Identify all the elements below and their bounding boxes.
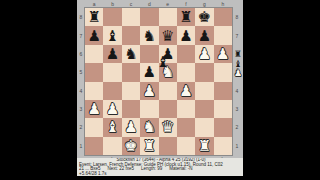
black-pawn[interactable]: ♟ [179, 27, 192, 45]
square-a3[interactable]: ♟ [85, 100, 103, 118]
square-a1[interactable] [85, 137, 103, 155]
white-rook[interactable]: ♜ [143, 137, 156, 155]
rank-label-8: 8 [234, 8, 240, 26]
square-c5[interactable] [122, 63, 140, 81]
game-info-footer: Stockfish 17 (3644) - Alpha 4 25 (3192) … [77, 158, 243, 176]
square-a8[interactable]: ♜ [85, 8, 103, 26]
white-pawn[interactable]: ♟ [87, 100, 100, 118]
square-f1[interactable] [177, 137, 195, 155]
file-label-b: b [103, 1, 121, 7]
white-king[interactable]: ♚ [124, 137, 137, 155]
stat-segment: Material: -N [169, 166, 192, 171]
chess-board[interactable]: ♝ ♜♜♚♟♝♞♛♟♟♟♞♟♟♟♟♞♟♟♟♟♝♟♞♛♚♜♜ [85, 8, 232, 155]
square-f7[interactable]: ♟ [177, 26, 195, 44]
black-rook[interactable]: ♜ [179, 8, 192, 26]
square-d8[interactable] [140, 8, 158, 26]
rank-label-2: 2 [234, 118, 240, 136]
white-pawn[interactable]: ♟ [143, 82, 156, 100]
square-h8[interactable] [214, 8, 232, 26]
square-a6[interactable] [85, 45, 103, 63]
chess-gui-panel: abcdefgh abcdefgh 87654321 87654321 ♝ ♜♜… [77, 0, 243, 176]
square-h4[interactable] [214, 82, 232, 100]
rank-label-4: 4 [78, 82, 84, 100]
square-b8[interactable] [103, 8, 121, 26]
square-c3[interactable] [122, 100, 140, 118]
square-f3[interactable] [177, 100, 195, 118]
white-bishop[interactable]: ♝ [106, 118, 119, 136]
square-f5[interactable] [177, 63, 195, 81]
file-label-e: e [159, 1, 177, 7]
rank-label-8: 8 [78, 8, 84, 26]
square-g6[interactable]: ♟ [195, 45, 213, 63]
white-pawn[interactable]: ♟ [179, 82, 192, 100]
square-c4[interactable] [122, 82, 140, 100]
black-knight[interactable]: ♞ [124, 45, 137, 63]
rank-labels-left: 87654321 [78, 8, 84, 155]
file-label-g: g [195, 1, 213, 7]
square-e4[interactable] [159, 82, 177, 100]
rank-label-1: 1 [234, 137, 240, 155]
rank-label-6: 6 [78, 45, 84, 63]
square-c1[interactable]: ♚ [122, 137, 140, 155]
square-b4[interactable] [103, 82, 121, 100]
square-g5[interactable] [195, 63, 213, 81]
file-label-h: h [214, 1, 232, 7]
square-h3[interactable] [214, 100, 232, 118]
square-b6[interactable]: ♟ [103, 45, 121, 63]
square-d3[interactable] [140, 100, 158, 118]
moving-black-bishop[interactable]: ♝ [154, 53, 172, 71]
file-label-d: d [140, 1, 158, 7]
square-a4[interactable] [85, 82, 103, 100]
file-label-a: a [85, 1, 103, 7]
black-knight[interactable]: ♞ [143, 27, 156, 45]
square-h1[interactable] [214, 137, 232, 155]
stat-segment: Length: 99 [141, 166, 162, 171]
square-h7[interactable] [214, 26, 232, 44]
rank-label-7: 7 [234, 26, 240, 44]
engine-eval-line: +5.64/28 1.7s [77, 172, 243, 176]
file-labels-top: abcdefgh [85, 1, 232, 7]
square-g7[interactable]: ♟ [195, 26, 213, 44]
video-frame: abcdefgh abcdefgh 87654321 87654321 ♝ ♜♜… [0, 0, 320, 180]
square-b5[interactable] [103, 63, 121, 81]
square-c2[interactable]: ♟ [122, 118, 140, 136]
white-pawn[interactable]: ♟ [216, 45, 229, 63]
stat-segment: Next: 22 fxe5 [108, 166, 135, 171]
square-e3[interactable] [159, 100, 177, 118]
black-queen[interactable]: ♛ [161, 27, 174, 45]
black-rook[interactable]: ♜ [87, 8, 100, 26]
white-pawn[interactable]: ♟ [198, 45, 211, 63]
square-a5[interactable] [85, 63, 103, 81]
black-pawn[interactable]: ♟ [198, 27, 211, 45]
rank-label-7: 7 [78, 26, 84, 44]
black-pawn[interactable]: ♟ [87, 27, 100, 45]
square-c6[interactable]: ♞ [122, 45, 140, 63]
file-label-f: f [177, 1, 195, 7]
square-g3[interactable] [195, 100, 213, 118]
square-d4[interactable]: ♟ [140, 82, 158, 100]
white-knight[interactable]: ♞ [143, 118, 156, 136]
square-a7[interactable]: ♟ [85, 26, 103, 44]
white-rook[interactable]: ♜ [198, 137, 211, 155]
black-king[interactable]: ♚ [198, 8, 211, 26]
square-c8[interactable] [122, 8, 140, 26]
square-b7[interactable]: ♝ [103, 26, 121, 44]
rank-label-3: 3 [234, 100, 240, 118]
rank-label-1: 1 [78, 137, 84, 155]
square-a2[interactable] [85, 118, 103, 136]
square-b1[interactable] [103, 137, 121, 155]
black-bishop[interactable]: ♝ [106, 27, 119, 45]
square-b2[interactable]: ♝ [103, 118, 121, 136]
square-c7[interactable] [122, 26, 140, 44]
square-f8[interactable]: ♜ [177, 8, 195, 26]
square-e2[interactable]: ♛ [159, 118, 177, 136]
square-h5[interactable] [214, 63, 232, 81]
rank-label-3: 3 [78, 100, 84, 118]
square-b3[interactable]: ♟ [103, 100, 121, 118]
square-d7[interactable]: ♞ [140, 26, 158, 44]
rank-labels-right: 87654321 [234, 8, 240, 155]
square-h2[interactable] [214, 118, 232, 136]
black-bishop-icon: ♝ [156, 53, 169, 71]
file-label-c: c [122, 1, 140, 7]
square-d2[interactable]: ♞ [140, 118, 158, 136]
rank-label-2: 2 [78, 118, 84, 136]
square-f4[interactable]: ♟ [177, 82, 195, 100]
square-g8[interactable]: ♚ [195, 8, 213, 26]
rank-label-5: 5 [78, 63, 84, 81]
square-f2[interactable] [177, 118, 195, 136]
white-pawn[interactable]: ♟ [106, 100, 119, 118]
square-e7[interactable]: ♛ [159, 26, 177, 44]
square-e1[interactable] [159, 137, 177, 155]
rank-label-4: 4 [234, 82, 240, 100]
square-e8[interactable] [159, 8, 177, 26]
square-f6[interactable] [177, 45, 195, 63]
square-g4[interactable] [195, 82, 213, 100]
square-h6[interactable]: ♟ [214, 45, 232, 63]
square-g2[interactable] [195, 118, 213, 136]
white-pawn[interactable]: ♟ [124, 118, 137, 136]
white-queen[interactable]: ♛ [161, 118, 174, 136]
black-pawn[interactable]: ♟ [106, 45, 119, 63]
square-d1[interactable]: ♜ [140, 137, 158, 155]
captured-material-tray: ♜♝♟ [233, 50, 243, 79]
square-g1[interactable]: ♜ [195, 137, 213, 155]
white-pawn-icon: ♟ [233, 69, 243, 79]
